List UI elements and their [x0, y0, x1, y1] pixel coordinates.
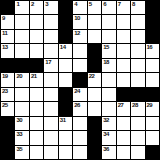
cell-r3c2[interactable] [30, 44, 43, 57]
cell-r8c9[interactable] [131, 117, 144, 130]
clue-number: 29 [147, 102, 153, 108]
clue-number: 19 [2, 73, 8, 79]
clue-number: 14 [60, 44, 66, 50]
cell-r2c2[interactable] [30, 30, 43, 43]
cell-r10c4[interactable] [59, 146, 72, 159]
cell-r9c2[interactable] [30, 131, 43, 144]
cell-r5c1[interactable]: 20 [15, 73, 28, 86]
cell-r10c9[interactable] [131, 146, 144, 159]
cell-r6c3[interactable] [44, 88, 57, 101]
cell-r2c9[interactable] [131, 30, 144, 43]
block-cell-r10c0 [1, 146, 14, 159]
cell-r1c5[interactable]: 10 [73, 15, 86, 28]
cell-r0c8[interactable]: 7 [117, 1, 130, 14]
cell-r1c3[interactable] [44, 15, 57, 28]
clue-number: 25 [2, 102, 8, 108]
cell-r2c1[interactable] [15, 30, 28, 43]
clue-number: 22 [89, 73, 95, 79]
cell-r0c5[interactable]: 4 [73, 1, 86, 14]
cell-r9c3[interactable] [44, 131, 57, 144]
block-cell-r0c10 [146, 1, 159, 14]
cell-r3c7[interactable]: 15 [102, 44, 115, 57]
cell-r9c10[interactable] [146, 131, 159, 144]
block-cell-r6c9 [131, 88, 144, 101]
cell-r9c4[interactable] [59, 131, 72, 144]
cell-r1c2[interactable] [30, 15, 43, 28]
block-cell-r9c6 [88, 131, 101, 144]
cell-r7c5[interactable]: 26 [73, 102, 86, 115]
cell-r9c1[interactable]: 33 [15, 131, 28, 144]
cell-r0c2[interactable]: 2 [30, 1, 43, 14]
block-cell-r4c2 [30, 59, 43, 72]
clue-number: 1 [16, 1, 19, 7]
cell-r3c9[interactable] [131, 44, 144, 57]
block-cell-r1c4 [59, 15, 72, 28]
clue-number: 28 [132, 102, 138, 108]
clue-number: 27 [118, 102, 124, 108]
block-cell-r3c6 [88, 44, 101, 57]
cell-r4c4[interactable] [59, 59, 72, 72]
clue-number: 21 [31, 73, 37, 79]
cell-r8c7[interactable]: 32 [102, 117, 115, 130]
cell-r4c7[interactable]: 18 [102, 59, 115, 72]
cell-r3c3[interactable] [44, 44, 57, 57]
cell-r6c0[interactable]: 23 [1, 88, 14, 101]
clue-number: 20 [16, 73, 22, 79]
cell-r1c8[interactable] [117, 15, 130, 28]
cell-r5c10[interactable] [146, 73, 159, 86]
block-cell-r4c0 [1, 59, 14, 72]
block-cell-r4c6 [88, 59, 101, 72]
cell-r9c5[interactable] [73, 131, 86, 144]
cell-r10c3[interactable] [44, 146, 57, 159]
cell-r5c6[interactable]: 22 [88, 73, 101, 86]
block-cell-r10c10 [146, 146, 159, 159]
cell-r6c6[interactable] [88, 88, 101, 101]
cell-r1c6[interactable] [88, 15, 101, 28]
cell-r2c3[interactable] [44, 30, 57, 43]
clue-number: 5 [89, 1, 92, 7]
clue-number: 34 [103, 131, 109, 137]
cell-r7c10[interactable]: 29 [146, 102, 159, 115]
block-cell-r9c0 [1, 131, 14, 144]
cell-r9c9[interactable] [131, 131, 144, 144]
cell-r5c3[interactable] [44, 73, 57, 86]
cell-r9c8[interactable] [117, 131, 130, 144]
cell-r7c1[interactable] [15, 102, 28, 115]
cell-r5c9[interactable] [131, 73, 144, 86]
cell-r3c5[interactable] [73, 44, 86, 57]
cell-r0c9[interactable]: 8 [131, 1, 144, 14]
cell-r3c4[interactable]: 14 [59, 44, 72, 57]
cell-r5c0[interactable]: 19 [1, 73, 14, 86]
block-cell-r10c6 [88, 146, 101, 159]
clue-number: 36 [103, 146, 109, 152]
block-cell-r8c6 [88, 117, 101, 130]
clue-number: 15 [103, 44, 109, 50]
clue-number: 30 [16, 117, 22, 123]
clue-number: 13 [2, 44, 8, 50]
clue-number: 9 [2, 15, 5, 21]
block-cell-r2c10 [146, 30, 159, 43]
clue-number: 6 [103, 1, 106, 7]
cell-r7c2[interactable] [30, 102, 43, 115]
cell-r4c5[interactable] [73, 59, 86, 72]
cell-r6c7[interactable] [102, 88, 115, 101]
clue-number: 4 [74, 1, 77, 7]
cell-r2c0[interactable]: 11 [1, 30, 14, 43]
clue-number: 11 [2, 30, 7, 36]
cell-r7c8[interactable]: 27 [117, 102, 130, 115]
clue-number: 8 [132, 1, 135, 7]
cell-r8c2[interactable] [30, 117, 43, 130]
clue-number: 24 [74, 88, 80, 94]
cell-r8c3[interactable] [44, 117, 57, 130]
clue-number: 12 [74, 30, 80, 36]
cell-r8c1[interactable]: 30 [15, 117, 28, 130]
clue-number: 32 [103, 117, 109, 123]
cell-r8c10[interactable] [146, 117, 159, 130]
clue-number: 18 [103, 59, 109, 65]
cell-r8c5[interactable] [73, 117, 86, 130]
cell-r2c6[interactable] [88, 30, 101, 43]
crossword-board: 1234567891011121314151617181920212223242… [0, 0, 160, 160]
clue-number: 31 [60, 117, 66, 123]
cell-r3c0[interactable]: 13 [1, 44, 14, 57]
cell-r10c5[interactable] [73, 146, 86, 159]
block-cell-r5c5 [73, 73, 86, 86]
cell-r7c6[interactable] [88, 102, 101, 115]
clue-number: 35 [16, 146, 22, 152]
cell-r7c0[interactable]: 25 [1, 102, 14, 115]
cell-r7c3[interactable] [44, 102, 57, 115]
cell-r6c5[interactable]: 24 [73, 88, 86, 101]
cell-r1c7[interactable] [102, 15, 115, 28]
cell-r0c7[interactable]: 6 [102, 1, 115, 14]
cell-r8c4[interactable]: 31 [59, 117, 72, 130]
block-cell-r7c4 [59, 102, 72, 115]
clue-number: 16 [147, 44, 153, 50]
cell-r7c9[interactable]: 28 [131, 102, 144, 115]
cell-r0c1[interactable]: 1 [15, 1, 28, 14]
clue-number: 10 [74, 15, 80, 21]
cell-r3c8[interactable] [117, 44, 130, 57]
cell-r6c1[interactable] [15, 88, 28, 101]
cell-r10c1[interactable]: 35 [15, 146, 28, 159]
cell-r0c3[interactable]: 3 [44, 1, 57, 14]
cell-r5c2[interactable]: 21 [30, 73, 43, 86]
block-cell-r6c4 [59, 88, 72, 101]
cell-r7c7[interactable] [102, 102, 115, 115]
block-cell-r0c0 [1, 1, 14, 14]
cell-r9c7[interactable]: 34 [102, 131, 115, 144]
block-cell-r1c10 [146, 15, 159, 28]
cell-r4c9[interactable] [131, 59, 144, 72]
cell-r2c7[interactable] [102, 30, 115, 43]
block-cell-r2c4 [59, 30, 72, 43]
block-cell-r8c0 [1, 117, 14, 130]
clue-number: 3 [45, 1, 48, 7]
cell-r4c8[interactable] [117, 59, 130, 72]
cell-r1c1[interactable] [15, 15, 28, 28]
cell-r10c7[interactable]: 36 [102, 146, 115, 159]
cell-r5c8[interactable] [117, 73, 130, 86]
block-cell-r0c4 [59, 1, 72, 14]
cell-r5c7[interactable] [102, 73, 115, 86]
clue-number: 2 [31, 1, 34, 7]
clue-number: 23 [2, 88, 8, 94]
cell-r2c8[interactable] [117, 30, 130, 43]
clue-number: 7 [118, 1, 121, 7]
cell-r4c10[interactable] [146, 59, 159, 72]
block-cell-r6c8 [117, 88, 130, 101]
cell-r5c4[interactable] [59, 73, 72, 86]
cell-r10c8[interactable] [117, 146, 130, 159]
cell-r1c9[interactable] [131, 15, 144, 28]
cell-r10c2[interactable] [30, 146, 43, 159]
cell-r8c8[interactable] [117, 117, 130, 130]
clue-number: 26 [74, 102, 80, 108]
block-cell-r4c1 [15, 59, 28, 72]
cell-r2c5[interactable]: 12 [73, 30, 86, 43]
cell-r4c3[interactable]: 17 [44, 59, 57, 72]
cell-r6c2[interactable] [30, 88, 43, 101]
cell-r0c6[interactable]: 5 [88, 1, 101, 14]
cell-r3c10[interactable]: 16 [146, 44, 159, 57]
cell-r1c0[interactable]: 9 [1, 15, 14, 28]
clue-number: 33 [16, 131, 22, 137]
clue-number: 17 [45, 59, 51, 65]
block-cell-r6c10 [146, 88, 159, 101]
cell-r3c1[interactable] [15, 44, 28, 57]
